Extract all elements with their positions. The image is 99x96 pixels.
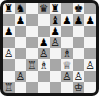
square-c7[interactable] (26, 14, 38, 25)
white-pawn-icon[interactable]: ♙ (39, 48, 48, 59)
square-f1[interactable] (61, 82, 73, 93)
square-b5[interactable] (15, 37, 27, 48)
square-h3[interactable]: ♙ (84, 59, 96, 70)
white-pawn-icon[interactable]: ♙ (85, 59, 94, 70)
square-c6[interactable] (26, 26, 38, 37)
square-c5[interactable] (26, 37, 38, 48)
square-b6[interactable] (15, 26, 27, 37)
white-queen-icon[interactable]: ♕ (62, 59, 71, 70)
square-d2[interactable] (38, 71, 50, 82)
white-bishop-icon[interactable]: ♗ (39, 59, 48, 70)
square-e2[interactable] (50, 71, 62, 82)
white-pawn-icon[interactable]: ♙ (16, 70, 25, 81)
square-b7[interactable]: ♟ (15, 14, 27, 25)
square-b2[interactable]: ♙ (15, 71, 27, 82)
black-rook-icon[interactable]: ♜ (4, 3, 13, 13)
square-g5[interactable] (73, 37, 85, 48)
square-f6[interactable] (61, 26, 73, 37)
square-h2[interactable] (84, 71, 96, 82)
chess-board-frame: ♜♞♛♜♚♟♝♟♟♟♟♟♟♙♙♙♗♖♗♕♙♙♙♙♖♔ (0, 0, 99, 96)
white-pawn-icon[interactable]: ♙ (4, 48, 13, 59)
white-pawn-icon[interactable]: ♙ (51, 37, 60, 48)
chess-board: ♜♞♛♜♚♟♝♟♟♟♟♟♟♙♙♙♗♖♗♕♙♙♙♙♖♔ (3, 3, 96, 93)
square-b1[interactable] (15, 82, 27, 93)
square-e5[interactable]: ♙ (50, 37, 62, 48)
square-h7[interactable]: ♟ (84, 14, 96, 25)
black-pawn-icon[interactable]: ♟ (51, 25, 60, 36)
white-king-icon[interactable]: ♔ (74, 82, 83, 93)
square-g1[interactable]: ♔ (73, 82, 85, 93)
square-d1[interactable] (38, 82, 50, 93)
black-pawn-icon[interactable]: ♟ (74, 14, 83, 25)
square-g7[interactable]: ♟ (73, 14, 85, 25)
square-d8[interactable]: ♛ (38, 3, 50, 14)
square-a8[interactable]: ♜ (3, 3, 15, 14)
square-f2[interactable]: ♙ (61, 71, 73, 82)
square-h1[interactable] (84, 82, 96, 93)
black-pawn-icon[interactable]: ♟ (62, 14, 71, 25)
black-pawn-icon[interactable]: ♟ (16, 14, 25, 25)
black-bishop-icon[interactable]: ♝ (51, 14, 60, 25)
black-king-icon[interactable]: ♚ (74, 3, 83, 13)
square-h6[interactable] (84, 26, 96, 37)
white-bishop-icon[interactable]: ♗ (62, 48, 71, 59)
square-h5[interactable] (84, 37, 96, 48)
square-g6[interactable] (73, 26, 85, 37)
square-d3[interactable]: ♗ (38, 59, 50, 70)
square-b4[interactable] (15, 48, 27, 59)
square-c2[interactable] (26, 71, 38, 82)
square-e3[interactable] (50, 59, 62, 70)
black-queen-icon[interactable]: ♛ (39, 3, 48, 13)
black-pawn-icon[interactable]: ♟ (4, 25, 13, 36)
white-pawn-icon[interactable]: ♙ (62, 70, 71, 81)
black-pawn-icon[interactable]: ♟ (85, 14, 94, 25)
square-g4[interactable] (73, 48, 85, 59)
black-rook-icon[interactable]: ♜ (51, 3, 60, 13)
square-c3[interactable]: ♖ (26, 59, 38, 70)
white-rook-icon[interactable]: ♖ (4, 82, 13, 93)
square-f7[interactable]: ♟ (61, 14, 73, 25)
white-pawn-icon[interactable]: ♙ (74, 70, 83, 81)
square-e4[interactable] (50, 48, 62, 59)
square-a1[interactable]: ♖ (3, 82, 15, 93)
square-a3[interactable] (3, 59, 15, 70)
square-a4[interactable]: ♙ (3, 48, 15, 59)
square-c8[interactable] (26, 3, 38, 14)
black-knight-icon[interactable]: ♞ (16, 3, 25, 13)
square-d7[interactable] (38, 14, 50, 25)
square-e1[interactable] (50, 82, 62, 93)
square-c1[interactable] (26, 82, 38, 93)
white-rook-icon[interactable]: ♖ (27, 59, 36, 70)
black-pawn-icon[interactable]: ♟ (39, 37, 48, 48)
square-a6[interactable]: ♟ (3, 26, 15, 37)
